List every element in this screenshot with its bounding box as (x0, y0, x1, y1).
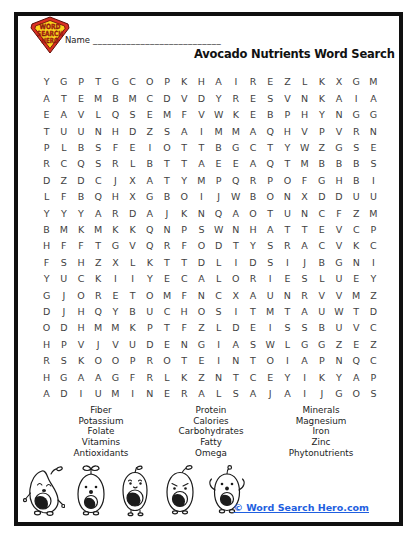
grid-cell: F (330, 205, 347, 221)
grid-cell: P (365, 222, 382, 238)
grid-cell: K (227, 107, 244, 123)
grid-cell: Q (90, 189, 107, 205)
grid-cell: I (365, 172, 382, 188)
grid-cell: Z (348, 205, 365, 221)
grid-cell: S (296, 271, 313, 287)
grid-cell: R (296, 287, 313, 303)
grid-cell: W (210, 107, 227, 123)
word-list-item: Magnesium (266, 416, 376, 427)
grid-cell: C (176, 271, 193, 287)
grid-cell: O (141, 74, 158, 90)
grid-cell: U (279, 205, 296, 221)
grid-cell: H (72, 254, 89, 270)
grid-cell: V (348, 320, 365, 336)
grid-cell: D (55, 320, 72, 336)
grid-cell: E (38, 107, 55, 123)
grid-cell: V (124, 238, 141, 254)
grid-cell: Z (365, 336, 382, 352)
grid-cell: F (72, 238, 89, 254)
grid-cell: O (141, 287, 158, 303)
grid-cell: F (55, 238, 72, 254)
grid-cell: K (176, 369, 193, 385)
grid-cell: Y (72, 205, 89, 221)
grid-cell: I (279, 353, 296, 369)
grid-cell: V (330, 287, 347, 303)
grid-cell: Z (365, 287, 382, 303)
grid-cell: Q (72, 156, 89, 172)
word-list-item: Vitamins (46, 437, 156, 448)
grid-cell: S (90, 156, 107, 172)
grid-cell: H (279, 123, 296, 139)
grid-cell: P (313, 353, 330, 369)
grid-cell: L (210, 254, 227, 270)
grid-cell: M (107, 320, 124, 336)
grid-cell: T (55, 90, 72, 106)
grid-cell: R (141, 369, 158, 385)
grid-cell: E (313, 222, 330, 238)
grid-cell: Y (176, 172, 193, 188)
word-list-item: Minerals (266, 405, 376, 416)
grid-cell: J (313, 386, 330, 402)
grid-cell: D (124, 205, 141, 221)
grid-cell: Y (141, 271, 158, 287)
grid-cell: T (279, 156, 296, 172)
grid-cell: M (365, 74, 382, 90)
grid-cell: A (296, 304, 313, 320)
grid-cell: U (55, 271, 72, 287)
grid-cell: T (296, 222, 313, 238)
grid-cell: Q (107, 107, 124, 123)
grid-cell: M (124, 90, 141, 106)
grid-cell: R (141, 353, 158, 369)
grid-cell: A (296, 238, 313, 254)
grid-cell: K (348, 238, 365, 254)
grid-cell: G (313, 336, 330, 352)
grid-cell: I (210, 336, 227, 352)
grid-cell: T (193, 140, 210, 156)
grid-cell: Z (330, 336, 347, 352)
grid-cell: P (72, 74, 89, 90)
grid-cell: V (176, 90, 193, 106)
grid-cell: A (365, 90, 382, 106)
grid-cell: K (72, 353, 89, 369)
grid-cell: G (313, 172, 330, 188)
grid-cell: B (313, 254, 330, 270)
grid-cell: H (38, 336, 55, 352)
grid-cell: D (365, 304, 382, 320)
copyright-link[interactable]: © Word Search Hero.com (233, 502, 369, 513)
grid-cell: S (90, 140, 107, 156)
grid-cell: Y (365, 271, 382, 287)
grid-cell: P (141, 320, 158, 336)
word-list-item: Carbohydrates (156, 426, 266, 437)
grid-cell: A (38, 386, 55, 402)
avocado-mascot-wink (23, 464, 65, 517)
grid-cell: M (90, 320, 107, 336)
grid-cell: G (141, 189, 158, 205)
grid-cell: D (330, 189, 347, 205)
grid-cell: E (124, 140, 141, 156)
grid-cell: N (279, 287, 296, 303)
grid-cell: A (262, 222, 279, 238)
grid-cell: R (227, 90, 244, 106)
grid-cell: Z (90, 254, 107, 270)
grid-cell: S (244, 336, 261, 352)
word-list-item: Antioxidants (46, 448, 156, 459)
grid-cell: N (348, 254, 365, 270)
grid-cell: U (365, 189, 382, 205)
grid-cell: M (90, 90, 107, 106)
grid-cell: A (244, 287, 261, 303)
grid-cell: L (90, 107, 107, 123)
grid-cell: J (210, 189, 227, 205)
logo-text-hero: HERO (42, 37, 59, 45)
grid-cell: E (158, 386, 175, 402)
grid-cell: B (107, 90, 124, 106)
grid-cell: S (124, 107, 141, 123)
word-list-column-3: MineralsMagnesiumIronZincPhytonutrients (266, 405, 376, 459)
grid-cell: E (227, 156, 244, 172)
grid-cell: B (210, 140, 227, 156)
grid-cell: D (38, 304, 55, 320)
grid-cell: H (107, 123, 124, 139)
grid-cell: A (210, 74, 227, 90)
grid-cell: A (244, 156, 261, 172)
grid-cell: L (38, 189, 55, 205)
grid-cell: T (227, 369, 244, 385)
grid-cell: L (279, 336, 296, 352)
grid-cell: G (227, 140, 244, 156)
grid-cell: B (348, 156, 365, 172)
grid-cell: B (330, 156, 347, 172)
grid-cell: E (262, 74, 279, 90)
grid-cell: T (158, 320, 175, 336)
grid-cell: R (38, 156, 55, 172)
grid-cell: U (141, 304, 158, 320)
grid-cell: K (124, 222, 141, 238)
word-list-column-2: ProteinCaloriesCarbohydratesFattyOmega (156, 405, 266, 459)
grid-cell: C (244, 369, 261, 385)
grid-cell: T (158, 156, 175, 172)
grid-cell: N (176, 336, 193, 352)
grid-cell: Y (244, 238, 261, 254)
grid-cell: G (107, 369, 124, 385)
grid-cell: Y (279, 140, 296, 156)
grid-cell: A (244, 386, 261, 402)
grid-cell: T (90, 238, 107, 254)
grid-cell: U (313, 304, 330, 320)
grid-cell: C (365, 353, 382, 369)
grid-cell: E (244, 90, 261, 106)
word-list-item: Fatty (156, 437, 266, 448)
grid-cell: T (348, 304, 365, 320)
grid-cell: B (262, 107, 279, 123)
grid-cell: N (193, 287, 210, 303)
word-list-item: Omega (156, 448, 266, 459)
name-row: Name___________________________ (65, 35, 221, 45)
grid-cell: Z (141, 123, 158, 139)
grid-cell: E (158, 271, 175, 287)
grid-cell: Y (107, 304, 124, 320)
grid-cell: Z (279, 74, 296, 90)
grid-cell: E (365, 140, 382, 156)
grid-cell: Q (141, 238, 158, 254)
grid-cell: G (330, 254, 347, 270)
grid-cell: K (313, 369, 330, 385)
grid-cell: X (107, 254, 124, 270)
grid-cell: T (262, 140, 279, 156)
grid-cell: C (141, 90, 158, 106)
grid-cell: E (348, 271, 365, 287)
grid-cell: B (313, 320, 330, 336)
grid-cell: E (72, 90, 89, 106)
grid-cell: M (348, 287, 365, 303)
grid-cell: D (141, 336, 158, 352)
grid-cell: I (296, 369, 313, 385)
grid-cell: U (124, 336, 141, 352)
grid-cell: G (38, 287, 55, 303)
grid-cell: T (279, 222, 296, 238)
grid-cell: C (313, 205, 330, 221)
grid-cell: O (262, 353, 279, 369)
grid-cell: V (279, 90, 296, 106)
grid-cell: E (210, 156, 227, 172)
grid-cell: O (72, 287, 89, 303)
grid-cell: E (279, 271, 296, 287)
grid-cell: N (365, 123, 382, 139)
grid-cell: L (124, 156, 141, 172)
grid-cell: U (348, 189, 365, 205)
grid-cell: T (90, 74, 107, 90)
grid-cell: A (38, 90, 55, 106)
grid-cell: H (72, 304, 89, 320)
grid-cell: P (210, 172, 227, 188)
grid-cell: X (296, 189, 313, 205)
grid-cell: F (176, 287, 193, 303)
grid-cell: N (296, 90, 313, 106)
grid-cell: R (38, 353, 55, 369)
grid-cell: Q (90, 304, 107, 320)
grid-cell: S (348, 140, 365, 156)
grid-cell: C (244, 140, 261, 156)
grid-cell: O (262, 189, 279, 205)
grid-cell: M (158, 287, 175, 303)
grid-cell: P (176, 222, 193, 238)
grid-cell: Z (193, 320, 210, 336)
grid-cell: B (72, 140, 89, 156)
grid-cell: S (262, 254, 279, 270)
grid-cell: U (330, 271, 347, 287)
grid-cell: H (176, 304, 193, 320)
grid-cell: Y (38, 74, 55, 90)
grid-cell: N (227, 353, 244, 369)
grid-cell: N (193, 205, 210, 221)
grid-cell: S (158, 123, 175, 139)
grid-cell: R (158, 238, 175, 254)
grid-cell: X (124, 189, 141, 205)
grid-cell: D (158, 90, 175, 106)
grid-cell: F (55, 189, 72, 205)
grid-cell: G (55, 369, 72, 385)
word-list-column-1: FiberPotassiumFolateVitaminsAntioxidants (46, 405, 156, 459)
grid-cell: U (55, 123, 72, 139)
name-label: Name (65, 35, 90, 45)
grid-cell: V (72, 336, 89, 352)
grid-cell: C (55, 156, 72, 172)
grid-cell: I (227, 304, 244, 320)
grid-cell: Q (348, 353, 365, 369)
grid-cell: L (210, 320, 227, 336)
grid-cell: B (158, 189, 175, 205)
grid-cell: Z (55, 172, 72, 188)
grid-cell: L (124, 254, 141, 270)
grid-cell: S (210, 304, 227, 320)
grid-cell: Y (330, 369, 347, 385)
grid-cell: F (176, 107, 193, 123)
grid-cell: L (55, 140, 72, 156)
grid-cell: P (365, 369, 382, 385)
grid-cell: U (90, 386, 107, 402)
grid-cell: S (227, 386, 244, 402)
grid-cell: B (124, 304, 141, 320)
grid-cell: W (227, 189, 244, 205)
grid-cell: C (158, 304, 175, 320)
grid-cell: N (158, 222, 175, 238)
grid-cell: Q (227, 172, 244, 188)
grid-cell: D (124, 123, 141, 139)
grid-cell: P (38, 140, 55, 156)
grid-cell: O (38, 320, 55, 336)
grid-cell: C (365, 320, 382, 336)
grid-cell: H (244, 222, 261, 238)
grid-cell: A (141, 205, 158, 221)
grid-cell: O (193, 304, 210, 320)
grid-cell: A (244, 123, 261, 139)
grid-cell: A (330, 90, 347, 106)
grid-cell: S (193, 222, 210, 238)
avocado-mascot-determined (160, 464, 198, 517)
grid-cell: C (365, 238, 382, 254)
grid-cell: S (296, 320, 313, 336)
grid-cell: Y (313, 107, 330, 123)
grid-cell: Y (279, 369, 296, 385)
grid-cell: R (244, 172, 261, 188)
grid-cell: B (38, 222, 55, 238)
grid-cell: A (90, 369, 107, 385)
grid-cell: M (158, 107, 175, 123)
grid-cell: K (176, 74, 193, 90)
grid-cell: R (176, 386, 193, 402)
grid-cell: G (107, 74, 124, 90)
grid-cell: F (38, 254, 55, 270)
name-blank-line: ___________________________ (93, 35, 221, 45)
grid-cell: N (210, 369, 227, 385)
grid-cell: S (55, 254, 72, 270)
word-list-item: Calories (156, 416, 266, 427)
grid-cell: Z (193, 369, 210, 385)
avocado-mascot-shy (117, 464, 151, 517)
grid-cell: T (38, 123, 55, 139)
grid-cell: G (55, 74, 72, 90)
grid-cell: I (141, 140, 158, 156)
grid-cell: G (330, 140, 347, 156)
grid-cell: V (330, 238, 347, 254)
avocado-mascots (23, 464, 247, 517)
grid-cell: V (313, 287, 330, 303)
grid-cell: E (244, 107, 261, 123)
grid-cell: I (365, 254, 382, 270)
grid-cell: G (296, 336, 313, 352)
grid-cell: D (72, 172, 89, 188)
grid-cell: P (124, 353, 141, 369)
grid-cell: T (244, 353, 261, 369)
grid-cell: K (124, 320, 141, 336)
grid-cell: F (176, 320, 193, 336)
grid-cell: W (296, 140, 313, 156)
grid-cell: M (296, 156, 313, 172)
grid-cell: K (176, 205, 193, 221)
grid-cell: U (330, 320, 347, 336)
grid-cell: D (193, 90, 210, 106)
word-list: FiberPotassiumFolateVitaminsAntioxidants… (46, 405, 376, 459)
grid-cell: D (193, 254, 210, 270)
grid-cell: I (210, 353, 227, 369)
grid-cell: G (365, 107, 382, 123)
grid-cell: N (330, 107, 347, 123)
word-search-grid: YGPTGCOPKHAIREZLKXGMATEMBMCDVDYRESVNKAIA… (38, 74, 382, 402)
grid-cell: A (193, 271, 210, 287)
grid-cell: M (55, 222, 72, 238)
grid-cell: R (90, 287, 107, 303)
grid-cell: T (227, 238, 244, 254)
grid-cell: C (210, 287, 227, 303)
grid-cell: L (296, 74, 313, 90)
grid-cell: R (348, 123, 365, 139)
grid-cell: O (244, 205, 261, 221)
grid-cell: N (90, 123, 107, 139)
grid-cell: B (348, 172, 365, 188)
grid-cell: I (193, 189, 210, 205)
grid-cell: K (107, 222, 124, 238)
grid-cell: I (72, 386, 89, 402)
grid-cell: I (193, 123, 210, 139)
grid-cell: M (90, 222, 107, 238)
grid-cell: L (158, 369, 175, 385)
grid-cell: J (296, 254, 313, 270)
grid-cell: E (193, 353, 210, 369)
word-list-item: Iron (266, 426, 376, 437)
grid-cell: J (90, 336, 107, 352)
grid-cell: U (72, 123, 89, 139)
word-list-item: Phytonutrients (266, 448, 376, 459)
grid-cell: E (107, 287, 124, 303)
grid-cell: M (210, 123, 227, 139)
grid-cell: T (158, 172, 175, 188)
grid-cell: T (124, 287, 141, 303)
grid-cell: H (38, 238, 55, 254)
grid-cell: J (55, 304, 72, 320)
grid-cell: C (72, 271, 89, 287)
grid-cell: I (124, 386, 141, 402)
word-list-item: Potassium (46, 416, 156, 427)
word-list-item: Folate (46, 426, 156, 437)
grid-cell: O (158, 140, 175, 156)
grid-cell: J (262, 386, 279, 402)
grid-cell: E (262, 369, 279, 385)
grid-cell: O (107, 353, 124, 369)
grid-cell: L (313, 271, 330, 287)
grid-cell: O (176, 189, 193, 205)
